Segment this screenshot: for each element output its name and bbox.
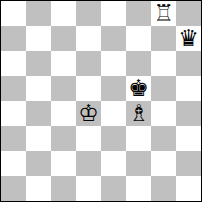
square-f3[interactable] bbox=[126, 126, 151, 151]
square-a3[interactable] bbox=[1, 126, 26, 151]
square-e8[interactable] bbox=[101, 1, 126, 26]
black-king-piece[interactable]: ♚ bbox=[128, 76, 149, 101]
square-d6[interactable] bbox=[76, 51, 101, 76]
square-h4[interactable] bbox=[176, 101, 201, 126]
square-b1[interactable] bbox=[26, 176, 51, 201]
white-rook-piece[interactable]: ♖ bbox=[153, 1, 174, 26]
square-g8[interactable]: ♖ bbox=[151, 1, 176, 26]
square-c7[interactable] bbox=[51, 26, 76, 51]
square-c6[interactable] bbox=[51, 51, 76, 76]
square-g3[interactable] bbox=[151, 126, 176, 151]
square-f5[interactable]: ♚ bbox=[126, 76, 151, 101]
square-h8[interactable] bbox=[176, 1, 201, 26]
square-f8[interactable] bbox=[126, 1, 151, 26]
square-b3[interactable] bbox=[26, 126, 51, 151]
square-e1[interactable] bbox=[101, 176, 126, 201]
square-a7[interactable] bbox=[1, 26, 26, 51]
square-b4[interactable] bbox=[26, 101, 51, 126]
square-c5[interactable] bbox=[51, 76, 76, 101]
white-king-piece[interactable]: ♔ bbox=[78, 101, 99, 126]
square-c2[interactable] bbox=[51, 151, 76, 176]
square-b5[interactable] bbox=[26, 76, 51, 101]
square-c4[interactable] bbox=[51, 101, 76, 126]
square-e4[interactable] bbox=[101, 101, 126, 126]
square-a2[interactable] bbox=[1, 151, 26, 176]
square-g6[interactable] bbox=[151, 51, 176, 76]
white-bishop-piece[interactable]: ♗ bbox=[128, 101, 149, 126]
square-d4[interactable]: ♔ bbox=[76, 101, 101, 126]
square-g4[interactable] bbox=[151, 101, 176, 126]
square-g5[interactable] bbox=[151, 76, 176, 101]
chess-board: ♖♛♚♔♗ bbox=[0, 0, 202, 202]
square-f2[interactable] bbox=[126, 151, 151, 176]
square-h1[interactable] bbox=[176, 176, 201, 201]
square-d3[interactable] bbox=[76, 126, 101, 151]
square-d1[interactable] bbox=[76, 176, 101, 201]
square-b7[interactable] bbox=[26, 26, 51, 51]
square-c8[interactable] bbox=[51, 1, 76, 26]
square-f1[interactable] bbox=[126, 176, 151, 201]
square-a8[interactable] bbox=[1, 1, 26, 26]
square-h2[interactable] bbox=[176, 151, 201, 176]
square-c3[interactable] bbox=[51, 126, 76, 151]
square-a6[interactable] bbox=[1, 51, 26, 76]
square-g7[interactable] bbox=[151, 26, 176, 51]
square-d7[interactable] bbox=[76, 26, 101, 51]
square-f7[interactable] bbox=[126, 26, 151, 51]
square-d8[interactable] bbox=[76, 1, 101, 26]
square-e6[interactable] bbox=[101, 51, 126, 76]
square-f4[interactable]: ♗ bbox=[126, 101, 151, 126]
square-a1[interactable] bbox=[1, 176, 26, 201]
square-h7[interactable]: ♛ bbox=[176, 26, 201, 51]
square-h6[interactable] bbox=[176, 51, 201, 76]
square-e5[interactable] bbox=[101, 76, 126, 101]
square-b6[interactable] bbox=[26, 51, 51, 76]
square-a4[interactable] bbox=[1, 101, 26, 126]
square-c1[interactable] bbox=[51, 176, 76, 201]
square-f6[interactable] bbox=[126, 51, 151, 76]
square-g1[interactable] bbox=[151, 176, 176, 201]
black-queen-piece[interactable]: ♛ bbox=[178, 26, 199, 51]
square-b2[interactable] bbox=[26, 151, 51, 176]
square-h5[interactable] bbox=[176, 76, 201, 101]
square-d5[interactable] bbox=[76, 76, 101, 101]
square-a5[interactable] bbox=[1, 76, 26, 101]
square-e3[interactable] bbox=[101, 126, 126, 151]
square-e7[interactable] bbox=[101, 26, 126, 51]
square-e2[interactable] bbox=[101, 151, 126, 176]
square-b8[interactable] bbox=[26, 1, 51, 26]
square-g2[interactable] bbox=[151, 151, 176, 176]
square-d2[interactable] bbox=[76, 151, 101, 176]
square-h3[interactable] bbox=[176, 126, 201, 151]
